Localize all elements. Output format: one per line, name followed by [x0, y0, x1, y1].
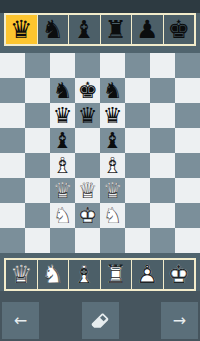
top-strip [0, 0, 200, 13]
square-h8[interactable] [175, 53, 200, 78]
square-g4[interactable] [150, 153, 175, 178]
square-e3[interactable] [100, 178, 125, 203]
square-f4[interactable] [125, 153, 150, 178]
tray-black-bishop[interactable] [69, 15, 100, 44]
piece-black-knight [50, 78, 75, 103]
piece-black-rook [101, 15, 132, 44]
square-c3[interactable] [50, 178, 75, 203]
square-g6[interactable] [150, 103, 175, 128]
back-button[interactable]: ← [2, 302, 39, 339]
square-g3[interactable] [150, 178, 175, 203]
square-h1[interactable] [175, 228, 200, 253]
piece-white-queen [50, 178, 75, 203]
square-b5[interactable] [25, 128, 50, 153]
square-h6[interactable] [175, 103, 200, 128]
square-d4[interactable] [75, 153, 100, 178]
chess-editor-app: ←→ [0, 0, 200, 341]
square-c2[interactable] [50, 203, 75, 228]
square-d3[interactable] [75, 178, 100, 203]
tray-white-king[interactable] [164, 260, 195, 289]
square-f5[interactable] [125, 128, 150, 153]
square-e1[interactable] [100, 228, 125, 253]
eraser-icon [90, 311, 110, 331]
piece-white-knight [50, 203, 75, 228]
tray-white-rook[interactable] [101, 260, 132, 289]
square-e2[interactable] [100, 203, 125, 228]
square-h7[interactable] [175, 78, 200, 103]
piece-white-knight [38, 260, 69, 289]
square-e5[interactable] [100, 128, 125, 153]
tray-white-bishop[interactable] [69, 260, 100, 289]
piece-black-queen [100, 103, 125, 128]
forward-button[interactable]: → [161, 302, 198, 339]
square-g5[interactable] [150, 128, 175, 153]
square-h3[interactable] [175, 178, 200, 203]
square-a3[interactable] [0, 178, 25, 203]
square-h2[interactable] [175, 203, 200, 228]
square-c8[interactable] [50, 53, 75, 78]
square-a6[interactable] [0, 103, 25, 128]
square-d5[interactable] [75, 128, 100, 153]
piece-white-queen [100, 178, 125, 203]
piece-black-bishop [100, 128, 125, 153]
square-f2[interactable] [125, 203, 150, 228]
piece-black-king [75, 78, 100, 103]
square-h4[interactable] [175, 153, 200, 178]
square-c7[interactable] [50, 78, 75, 103]
square-g1[interactable] [150, 228, 175, 253]
toolbar-buttons: ←→ [0, 302, 200, 341]
piece-black-queen [75, 103, 100, 128]
white-piece-tray [4, 258, 196, 291]
tray-black-queen[interactable] [6, 15, 37, 44]
tray-black-knight[interactable] [38, 15, 69, 44]
erase-button[interactable] [82, 302, 119, 339]
tray-black-pawn[interactable] [132, 15, 163, 44]
square-f1[interactable] [125, 228, 150, 253]
square-b8[interactable] [25, 53, 50, 78]
piece-white-knight [100, 203, 125, 228]
piece-white-rook [101, 260, 132, 289]
square-g2[interactable] [150, 203, 175, 228]
square-f3[interactable] [125, 178, 150, 203]
square-e8[interactable] [100, 53, 125, 78]
piece-white-bishop [50, 153, 75, 178]
tray-white-queen[interactable] [6, 260, 37, 289]
square-c5[interactable] [50, 128, 75, 153]
piece-black-pawn [132, 15, 163, 44]
square-e4[interactable] [100, 153, 125, 178]
square-h5[interactable] [175, 128, 200, 153]
square-a2[interactable] [0, 203, 25, 228]
piece-black-knight [100, 78, 125, 103]
square-f6[interactable] [125, 103, 150, 128]
square-d2[interactable] [75, 203, 100, 228]
square-a5[interactable] [0, 128, 25, 153]
bottom-toolbar: ←→ [0, 291, 200, 341]
square-b1[interactable] [25, 228, 50, 253]
piece-white-king [164, 260, 195, 289]
square-b4[interactable] [25, 153, 50, 178]
tray-black-king[interactable] [164, 15, 195, 44]
square-e7[interactable] [100, 78, 125, 103]
piece-white-bishop [100, 153, 125, 178]
piece-white-queen [75, 178, 100, 203]
piece-white-queen [6, 260, 37, 289]
piece-white-king [75, 203, 100, 228]
piece-white-pawn [132, 260, 163, 289]
tray-black-rook[interactable] [101, 15, 132, 44]
square-d8[interactable] [75, 53, 100, 78]
square-a8[interactable] [0, 53, 25, 78]
square-g8[interactable] [150, 53, 175, 78]
piece-black-queen [50, 103, 75, 128]
black-piece-tray [4, 13, 196, 46]
square-b7[interactable] [25, 78, 50, 103]
piece-black-king [164, 15, 195, 44]
square-d6[interactable] [75, 103, 100, 128]
piece-white-bishop [69, 260, 100, 289]
piece-black-knight [38, 15, 69, 44]
square-e6[interactable] [100, 103, 125, 128]
square-b2[interactable] [25, 203, 50, 228]
chess-board [0, 53, 200, 253]
square-b3[interactable] [25, 178, 50, 203]
square-a4[interactable] [0, 153, 25, 178]
square-g7[interactable] [150, 78, 175, 103]
square-a1[interactable] [0, 228, 25, 253]
piece-black-bishop [69, 15, 100, 44]
square-b6[interactable] [25, 103, 50, 128]
piece-black-bishop [50, 128, 75, 153]
square-c6[interactable] [50, 103, 75, 128]
square-d7[interactable] [75, 78, 100, 103]
tray-white-knight[interactable] [38, 260, 69, 289]
square-f8[interactable] [125, 53, 150, 78]
square-d1[interactable] [75, 228, 100, 253]
tray-white-pawn[interactable] [132, 260, 163, 289]
square-c4[interactable] [50, 153, 75, 178]
square-f7[interactable] [125, 78, 150, 103]
square-a7[interactable] [0, 78, 25, 103]
square-c1[interactable] [50, 228, 75, 253]
left-arrow-icon: ← [14, 313, 27, 329]
right-arrow-icon: → [173, 313, 186, 329]
piece-black-queen [6, 15, 37, 44]
